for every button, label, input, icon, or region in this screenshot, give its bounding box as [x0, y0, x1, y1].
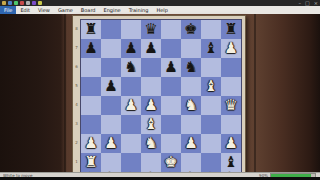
square-f2[interactable]: ♟ — [181, 134, 201, 153]
menu-item-view[interactable]: View — [34, 6, 54, 14]
black-knight[interactable]: ♞ — [124, 60, 137, 75]
rank-label-1: 1 — [74, 152, 79, 171]
save-icon[interactable] — [20, 1, 24, 5]
square-a8[interactable]: ♜ — [81, 20, 101, 39]
white-pawn[interactable]: ♟ — [144, 98, 157, 113]
square-h2[interactable]: ♟ — [221, 134, 241, 153]
square-a2[interactable]: ♟ — [81, 134, 101, 153]
white-bishop[interactable]: ♝ — [204, 79, 217, 94]
square-g2[interactable] — [201, 134, 221, 153]
square-b7[interactable] — [101, 39, 121, 58]
square-c2[interactable] — [121, 134, 141, 153]
rank-label-3: 3 — [74, 114, 79, 133]
app-icon[interactable] — [2, 1, 6, 5]
rank-label-8: 8 — [74, 19, 79, 38]
square-d6[interactable] — [141, 58, 161, 77]
square-d5[interactable] — [141, 77, 161, 96]
square-c7[interactable]: ♟ — [121, 39, 141, 58]
square-e8[interactable] — [161, 20, 181, 39]
square-d4[interactable]: ♟ — [141, 96, 161, 115]
square-d2[interactable]: ♞ — [141, 134, 161, 153]
square-c8[interactable] — [121, 20, 141, 39]
black-pawn[interactable]: ♟ — [104, 79, 117, 94]
white-knight[interactable]: ♞ — [184, 98, 197, 113]
square-b8[interactable] — [101, 20, 121, 39]
square-h5[interactable] — [221, 77, 241, 96]
open-icon[interactable] — [14, 1, 18, 5]
square-b5[interactable]: ♟ — [101, 77, 121, 96]
black-bishop[interactable]: ♝ — [224, 155, 237, 170]
square-g8[interactable] — [201, 20, 221, 39]
square-g6[interactable] — [201, 58, 221, 77]
square-f3[interactable] — [181, 115, 201, 134]
square-a6[interactable] — [81, 58, 101, 77]
black-pawn[interactable]: ♟ — [84, 41, 97, 56]
square-d8[interactable]: ♛ — [141, 20, 161, 39]
square-b6[interactable] — [101, 58, 121, 77]
menu-item-board[interactable]: Board — [77, 6, 100, 14]
settings-icon[interactable] — [38, 1, 42, 5]
square-a5[interactable] — [81, 77, 101, 96]
square-h4[interactable]: ♛ — [221, 96, 241, 115]
square-h8[interactable]: ♜ — [221, 20, 241, 39]
square-h7[interactable]: ♟ — [221, 39, 241, 58]
square-d7[interactable]: ♟ — [141, 39, 161, 58]
rank-label-2: 2 — [74, 133, 79, 152]
menu-item-engine[interactable]: Engine — [100, 6, 125, 14]
square-c5[interactable] — [121, 77, 141, 96]
menu-item-file[interactable]: File — [0, 6, 16, 14]
black-rook[interactable]: ♜ — [84, 22, 97, 37]
rank-label-4: 4 — [74, 95, 79, 114]
square-g5[interactable]: ♝ — [201, 77, 221, 96]
white-pawn[interactable]: ♟ — [224, 136, 237, 151]
square-g7[interactable]: ♝ — [201, 39, 221, 58]
white-pawn[interactable]: ♟ — [104, 136, 117, 151]
square-h6[interactable] — [221, 58, 241, 77]
square-c6[interactable]: ♞ — [121, 58, 141, 77]
wood-seam — [254, 14, 256, 173]
black-pawn[interactable]: ♟ — [144, 41, 157, 56]
black-pawn[interactable]: ♟ — [124, 41, 137, 56]
square-d3[interactable]: ♝ — [141, 115, 161, 134]
square-a7[interactable]: ♟ — [81, 39, 101, 58]
square-b4[interactable] — [101, 96, 121, 115]
black-bishop[interactable]: ♝ — [204, 41, 217, 56]
white-knight[interactable]: ♞ — [144, 136, 157, 151]
white-rook[interactable]: ♜ — [84, 155, 97, 170]
square-f6[interactable]: ♞ — [181, 58, 201, 77]
window-bottom-edge — [0, 177, 320, 180]
new-icon[interactable] — [8, 1, 12, 5]
square-e3[interactable] — [161, 115, 181, 134]
undo-icon[interactable] — [26, 1, 30, 5]
chess-board-frame: 87654321 ♜♛♚♜♟♟♟♝♟♞♟♞♟♝♟♟♞♛♝♟♟♞♟♟♜♚♝ abc… — [72, 15, 246, 176]
square-a3[interactable] — [81, 115, 101, 134]
square-a4[interactable] — [81, 96, 101, 115]
black-knight[interactable]: ♞ — [184, 60, 197, 75]
square-g3[interactable] — [201, 115, 221, 134]
white-pawn[interactable]: ♟ — [124, 98, 137, 113]
square-e6[interactable]: ♟ — [161, 58, 181, 77]
square-f8[interactable]: ♚ — [181, 20, 201, 39]
square-f5[interactable] — [181, 77, 201, 96]
square-b3[interactable] — [101, 115, 121, 134]
square-e2[interactable] — [161, 134, 181, 153]
white-bishop[interactable]: ♝ — [144, 117, 157, 132]
menu-item-training[interactable]: Training — [125, 6, 153, 14]
square-f7[interactable] — [181, 39, 201, 58]
square-e4[interactable] — [161, 96, 181, 115]
square-f4[interactable]: ♞ — [181, 96, 201, 115]
square-b2[interactable]: ♟ — [101, 134, 121, 153]
white-queen[interactable]: ♛ — [224, 98, 237, 113]
white-pawn[interactable]: ♟ — [224, 41, 237, 56]
square-e7[interactable] — [161, 39, 181, 58]
chess-board[interactable]: ♜♛♚♜♟♟♟♝♟♞♟♞♟♝♟♟♞♛♝♟♟♞♟♟♜♚♝ — [80, 19, 242, 173]
white-pawn[interactable]: ♟ — [184, 136, 197, 151]
square-e5[interactable] — [161, 77, 181, 96]
wood-seam — [64, 14, 66, 173]
rank-label-6: 6 — [74, 57, 79, 76]
square-c3[interactable] — [121, 115, 141, 134]
square-c4[interactable]: ♟ — [121, 96, 141, 115]
black-queen[interactable]: ♛ — [144, 22, 157, 37]
engine-icon[interactable] — [32, 1, 36, 5]
menu-item-help[interactable]: Help — [152, 6, 171, 14]
menu-item-edit[interactable]: Edit — [16, 6, 34, 14]
square-g4[interactable] — [201, 96, 221, 115]
white-king[interactable]: ♚ — [164, 155, 177, 170]
black-king[interactable]: ♚ — [184, 22, 197, 37]
menu-item-game[interactable]: Game — [54, 6, 77, 14]
rank-label-7: 7 — [74, 38, 79, 57]
square-h3[interactable] — [221, 115, 241, 134]
rank-label-5: 5 — [74, 76, 79, 95]
black-rook[interactable]: ♜ — [224, 22, 237, 37]
black-pawn[interactable]: ♟ — [164, 60, 177, 75]
white-pawn[interactable]: ♟ — [84, 136, 97, 151]
